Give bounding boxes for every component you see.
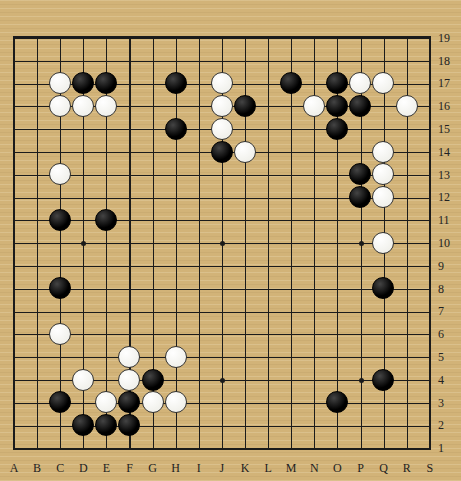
intersection-O3[interactable] xyxy=(326,391,349,414)
intersection-B19[interactable] xyxy=(26,26,49,49)
intersection-F10[interactable] xyxy=(118,231,141,254)
intersection-B15[interactable] xyxy=(26,117,49,140)
intersection-R7[interactable] xyxy=(395,300,418,323)
intersection-D8[interactable] xyxy=(72,277,95,300)
intersection-O6[interactable] xyxy=(326,323,349,346)
intersection-G3[interactable] xyxy=(141,391,164,414)
intersection-C3[interactable] xyxy=(49,391,72,414)
intersection-E11[interactable] xyxy=(95,209,118,232)
intersection-J15[interactable] xyxy=(210,117,233,140)
intersection-B4[interactable] xyxy=(26,368,49,391)
intersection-R5[interactable] xyxy=(395,345,418,368)
intersection-R18[interactable] xyxy=(395,49,418,72)
intersection-J10[interactable] xyxy=(210,231,233,254)
intersection-L13[interactable] xyxy=(256,163,279,186)
intersection-F1[interactable] xyxy=(118,437,141,460)
intersection-C1[interactable] xyxy=(49,437,72,460)
intersection-A2[interactable] xyxy=(2,414,25,437)
intersection-K2[interactable] xyxy=(233,414,256,437)
intersection-R15[interactable] xyxy=(395,117,418,140)
intersection-C9[interactable] xyxy=(49,254,72,277)
intersection-J19[interactable] xyxy=(210,26,233,49)
intersection-P9[interactable] xyxy=(349,254,372,277)
intersection-F5[interactable] xyxy=(118,345,141,368)
intersection-K6[interactable] xyxy=(233,323,256,346)
intersection-L16[interactable] xyxy=(256,95,279,118)
intersection-D3[interactable] xyxy=(72,391,95,414)
intersection-A5[interactable] xyxy=(2,345,25,368)
intersection-B6[interactable] xyxy=(26,323,49,346)
intersection-N12[interactable] xyxy=(303,186,326,209)
intersection-O1[interactable] xyxy=(326,437,349,460)
intersection-R3[interactable] xyxy=(395,391,418,414)
intersection-P15[interactable] xyxy=(349,117,372,140)
intersection-F12[interactable] xyxy=(118,186,141,209)
intersection-F18[interactable] xyxy=(118,49,141,72)
intersection-I14[interactable] xyxy=(187,140,210,163)
intersection-J8[interactable] xyxy=(210,277,233,300)
intersection-I6[interactable] xyxy=(187,323,210,346)
intersection-I3[interactable] xyxy=(187,391,210,414)
intersection-J17[interactable] xyxy=(210,72,233,95)
intersection-J9[interactable] xyxy=(210,254,233,277)
intersection-G18[interactable] xyxy=(141,49,164,72)
intersection-Q7[interactable] xyxy=(372,300,395,323)
intersection-I17[interactable] xyxy=(187,72,210,95)
intersection-D4[interactable] xyxy=(72,368,95,391)
intersection-N13[interactable] xyxy=(303,163,326,186)
intersection-F14[interactable] xyxy=(118,140,141,163)
intersection-I13[interactable] xyxy=(187,163,210,186)
intersection-Q19[interactable] xyxy=(372,26,395,49)
intersection-A14[interactable] xyxy=(2,140,25,163)
intersection-Q18[interactable] xyxy=(372,49,395,72)
intersection-L4[interactable] xyxy=(256,368,279,391)
intersection-M2[interactable] xyxy=(280,414,303,437)
intersection-C4[interactable] xyxy=(49,368,72,391)
intersection-K3[interactable] xyxy=(233,391,256,414)
intersection-F7[interactable] xyxy=(118,300,141,323)
intersection-L12[interactable] xyxy=(256,186,279,209)
intersection-H19[interactable] xyxy=(164,26,187,49)
intersection-H1[interactable] xyxy=(164,437,187,460)
intersection-B14[interactable] xyxy=(26,140,49,163)
intersection-O10[interactable] xyxy=(326,231,349,254)
intersection-P8[interactable] xyxy=(349,277,372,300)
intersection-L8[interactable] xyxy=(256,277,279,300)
intersection-N1[interactable] xyxy=(303,437,326,460)
intersection-K16[interactable] xyxy=(233,95,256,118)
intersection-O4[interactable] xyxy=(326,368,349,391)
intersection-P12[interactable] xyxy=(349,186,372,209)
intersection-L17[interactable] xyxy=(256,72,279,95)
intersection-G15[interactable] xyxy=(141,117,164,140)
intersection-N15[interactable] xyxy=(303,117,326,140)
intersection-P17[interactable] xyxy=(349,72,372,95)
intersection-K7[interactable] xyxy=(233,300,256,323)
intersection-A15[interactable] xyxy=(2,117,25,140)
intersection-N8[interactable] xyxy=(303,277,326,300)
intersection-L5[interactable] xyxy=(256,345,279,368)
intersection-R17[interactable] xyxy=(395,72,418,95)
intersection-J11[interactable] xyxy=(210,209,233,232)
intersection-D9[interactable] xyxy=(72,254,95,277)
intersection-G10[interactable] xyxy=(141,231,164,254)
intersection-I12[interactable] xyxy=(187,186,210,209)
intersection-P5[interactable] xyxy=(349,345,372,368)
intersection-A11[interactable] xyxy=(2,209,25,232)
intersection-N7[interactable] xyxy=(303,300,326,323)
intersection-D12[interactable] xyxy=(72,186,95,209)
intersection-D11[interactable] xyxy=(72,209,95,232)
intersection-N16[interactable] xyxy=(303,95,326,118)
intersection-I2[interactable] xyxy=(187,414,210,437)
intersection-K19[interactable] xyxy=(233,26,256,49)
intersection-G9[interactable] xyxy=(141,254,164,277)
intersection-C14[interactable] xyxy=(49,140,72,163)
intersection-M11[interactable] xyxy=(280,209,303,232)
intersection-K11[interactable] xyxy=(233,209,256,232)
intersection-C17[interactable] xyxy=(49,72,72,95)
intersection-J1[interactable] xyxy=(210,437,233,460)
intersection-F2[interactable] xyxy=(118,414,141,437)
intersection-Q6[interactable] xyxy=(372,323,395,346)
intersection-A7[interactable] xyxy=(2,300,25,323)
intersection-I9[interactable] xyxy=(187,254,210,277)
intersection-H12[interactable] xyxy=(164,186,187,209)
intersection-C15[interactable] xyxy=(49,117,72,140)
intersection-R13[interactable] xyxy=(395,163,418,186)
intersection-R8[interactable] xyxy=(395,277,418,300)
intersection-M7[interactable] xyxy=(280,300,303,323)
intersection-Q9[interactable] xyxy=(372,254,395,277)
intersection-L3[interactable] xyxy=(256,391,279,414)
intersection-K4[interactable] xyxy=(233,368,256,391)
intersection-F17[interactable] xyxy=(118,72,141,95)
intersection-F9[interactable] xyxy=(118,254,141,277)
intersection-D16[interactable] xyxy=(72,95,95,118)
intersection-N2[interactable] xyxy=(303,414,326,437)
intersection-B10[interactable] xyxy=(26,231,49,254)
intersection-H16[interactable] xyxy=(164,95,187,118)
intersection-E7[interactable] xyxy=(95,300,118,323)
intersection-R10[interactable] xyxy=(395,231,418,254)
intersection-O17[interactable] xyxy=(326,72,349,95)
intersection-G5[interactable] xyxy=(141,345,164,368)
intersection-O13[interactable] xyxy=(326,163,349,186)
intersection-F11[interactable] xyxy=(118,209,141,232)
intersection-I19[interactable] xyxy=(187,26,210,49)
intersection-O18[interactable] xyxy=(326,49,349,72)
intersection-Q16[interactable] xyxy=(372,95,395,118)
intersection-M12[interactable] xyxy=(280,186,303,209)
intersection-A4[interactable] xyxy=(2,368,25,391)
intersection-N10[interactable] xyxy=(303,231,326,254)
intersection-R16[interactable] xyxy=(395,95,418,118)
intersection-P19[interactable] xyxy=(349,26,372,49)
intersection-L18[interactable] xyxy=(256,49,279,72)
intersection-F4[interactable] xyxy=(118,368,141,391)
intersection-A10[interactable] xyxy=(2,231,25,254)
intersection-C2[interactable] xyxy=(49,414,72,437)
intersection-B13[interactable] xyxy=(26,163,49,186)
intersection-O9[interactable] xyxy=(326,254,349,277)
intersection-O14[interactable] xyxy=(326,140,349,163)
intersection-L10[interactable] xyxy=(256,231,279,254)
intersection-H2[interactable] xyxy=(164,414,187,437)
intersection-P4[interactable] xyxy=(349,368,372,391)
intersection-B11[interactable] xyxy=(26,209,49,232)
intersection-C13[interactable] xyxy=(49,163,72,186)
intersection-Q15[interactable] xyxy=(372,117,395,140)
intersection-A3[interactable] xyxy=(2,391,25,414)
intersection-B2[interactable] xyxy=(26,414,49,437)
intersection-E17[interactable] xyxy=(95,72,118,95)
intersection-C10[interactable] xyxy=(49,231,72,254)
intersection-C8[interactable] xyxy=(49,277,72,300)
intersection-B7[interactable] xyxy=(26,300,49,323)
intersection-G14[interactable] xyxy=(141,140,164,163)
intersection-I11[interactable] xyxy=(187,209,210,232)
intersection-K15[interactable] xyxy=(233,117,256,140)
intersection-H10[interactable] xyxy=(164,231,187,254)
intersection-C18[interactable] xyxy=(49,49,72,72)
intersection-D2[interactable] xyxy=(72,414,95,437)
intersection-L11[interactable] xyxy=(256,209,279,232)
intersection-D14[interactable] xyxy=(72,140,95,163)
intersection-O11[interactable] xyxy=(326,209,349,232)
intersection-L1[interactable] xyxy=(256,437,279,460)
intersection-C7[interactable] xyxy=(49,300,72,323)
intersection-D18[interactable] xyxy=(72,49,95,72)
intersection-N6[interactable] xyxy=(303,323,326,346)
intersection-B17[interactable] xyxy=(26,72,49,95)
intersection-O8[interactable] xyxy=(326,277,349,300)
intersection-I10[interactable] xyxy=(187,231,210,254)
intersection-R2[interactable] xyxy=(395,414,418,437)
intersection-O15[interactable] xyxy=(326,117,349,140)
intersection-E2[interactable] xyxy=(95,414,118,437)
intersection-J12[interactable] xyxy=(210,186,233,209)
intersection-K8[interactable] xyxy=(233,277,256,300)
intersection-P6[interactable] xyxy=(349,323,372,346)
intersection-R1[interactable] xyxy=(395,437,418,460)
intersection-I18[interactable] xyxy=(187,49,210,72)
intersection-G1[interactable] xyxy=(141,437,164,460)
intersection-F13[interactable] xyxy=(118,163,141,186)
intersection-A9[interactable] xyxy=(2,254,25,277)
intersection-E14[interactable] xyxy=(95,140,118,163)
intersection-R11[interactable] xyxy=(395,209,418,232)
intersection-N11[interactable] xyxy=(303,209,326,232)
intersection-M13[interactable] xyxy=(280,163,303,186)
intersection-H5[interactable] xyxy=(164,345,187,368)
intersection-A8[interactable] xyxy=(2,277,25,300)
intersection-M16[interactable] xyxy=(280,95,303,118)
intersection-H15[interactable] xyxy=(164,117,187,140)
intersection-B16[interactable] xyxy=(26,95,49,118)
intersection-L9[interactable] xyxy=(256,254,279,277)
intersection-E1[interactable] xyxy=(95,437,118,460)
intersection-B3[interactable] xyxy=(26,391,49,414)
intersection-N19[interactable] xyxy=(303,26,326,49)
intersection-O7[interactable] xyxy=(326,300,349,323)
intersection-I4[interactable] xyxy=(187,368,210,391)
intersection-A13[interactable] xyxy=(2,163,25,186)
intersection-M10[interactable] xyxy=(280,231,303,254)
intersection-D19[interactable] xyxy=(72,26,95,49)
intersection-K12[interactable] xyxy=(233,186,256,209)
intersection-N3[interactable] xyxy=(303,391,326,414)
intersection-M9[interactable] xyxy=(280,254,303,277)
intersection-G7[interactable] xyxy=(141,300,164,323)
intersection-I5[interactable] xyxy=(187,345,210,368)
intersection-G19[interactable] xyxy=(141,26,164,49)
intersection-B18[interactable] xyxy=(26,49,49,72)
intersection-P7[interactable] xyxy=(349,300,372,323)
intersection-I16[interactable] xyxy=(187,95,210,118)
intersection-K17[interactable] xyxy=(233,72,256,95)
intersection-J4[interactable] xyxy=(210,368,233,391)
intersection-O16[interactable] xyxy=(326,95,349,118)
intersection-J14[interactable] xyxy=(210,140,233,163)
intersection-N4[interactable] xyxy=(303,368,326,391)
intersection-M18[interactable] xyxy=(280,49,303,72)
intersection-K5[interactable] xyxy=(233,345,256,368)
intersection-J7[interactable] xyxy=(210,300,233,323)
intersection-F6[interactable] xyxy=(118,323,141,346)
intersection-H18[interactable] xyxy=(164,49,187,72)
intersection-F19[interactable] xyxy=(118,26,141,49)
intersection-G11[interactable] xyxy=(141,209,164,232)
intersection-F16[interactable] xyxy=(118,95,141,118)
intersection-Q12[interactable] xyxy=(372,186,395,209)
intersection-J2[interactable] xyxy=(210,414,233,437)
intersection-G4[interactable] xyxy=(141,368,164,391)
intersection-N18[interactable] xyxy=(303,49,326,72)
intersection-F15[interactable] xyxy=(118,117,141,140)
intersection-J16[interactable] xyxy=(210,95,233,118)
intersection-E6[interactable] xyxy=(95,323,118,346)
intersection-M17[interactable] xyxy=(280,72,303,95)
intersection-A1[interactable] xyxy=(2,437,25,460)
intersection-J6[interactable] xyxy=(210,323,233,346)
intersection-B8[interactable] xyxy=(26,277,49,300)
intersection-I8[interactable] xyxy=(187,277,210,300)
intersection-L7[interactable] xyxy=(256,300,279,323)
intersection-E12[interactable] xyxy=(95,186,118,209)
intersection-K13[interactable] xyxy=(233,163,256,186)
intersection-B1[interactable] xyxy=(26,437,49,460)
intersection-J18[interactable] xyxy=(210,49,233,72)
intersection-D17[interactable] xyxy=(72,72,95,95)
intersection-P10[interactable] xyxy=(349,231,372,254)
intersection-N9[interactable] xyxy=(303,254,326,277)
intersection-D15[interactable] xyxy=(72,117,95,140)
intersection-G17[interactable] xyxy=(141,72,164,95)
intersection-J3[interactable] xyxy=(210,391,233,414)
intersection-H11[interactable] xyxy=(164,209,187,232)
intersection-R9[interactable] xyxy=(395,254,418,277)
intersection-I7[interactable] xyxy=(187,300,210,323)
intersection-P11[interactable] xyxy=(349,209,372,232)
intersection-H4[interactable] xyxy=(164,368,187,391)
intersection-P2[interactable] xyxy=(349,414,372,437)
intersection-E3[interactable] xyxy=(95,391,118,414)
intersection-N14[interactable] xyxy=(303,140,326,163)
intersection-Q13[interactable] xyxy=(372,163,395,186)
intersection-K9[interactable] xyxy=(233,254,256,277)
intersection-P16[interactable] xyxy=(349,95,372,118)
intersection-G16[interactable] xyxy=(141,95,164,118)
intersection-D5[interactable] xyxy=(72,345,95,368)
intersection-O5[interactable] xyxy=(326,345,349,368)
intersection-H3[interactable] xyxy=(164,391,187,414)
intersection-L15[interactable] xyxy=(256,117,279,140)
intersection-H9[interactable] xyxy=(164,254,187,277)
intersection-C11[interactable] xyxy=(49,209,72,232)
intersection-Q2[interactable] xyxy=(372,414,395,437)
intersection-B12[interactable] xyxy=(26,186,49,209)
intersection-C19[interactable] xyxy=(49,26,72,49)
intersection-M6[interactable] xyxy=(280,323,303,346)
intersection-K10[interactable] xyxy=(233,231,256,254)
intersection-Q11[interactable] xyxy=(372,209,395,232)
intersection-O12[interactable] xyxy=(326,186,349,209)
intersection-C16[interactable] xyxy=(49,95,72,118)
intersection-L6[interactable] xyxy=(256,323,279,346)
intersection-R14[interactable] xyxy=(395,140,418,163)
intersection-Q5[interactable] xyxy=(372,345,395,368)
intersection-E9[interactable] xyxy=(95,254,118,277)
intersection-A19[interactable] xyxy=(2,26,25,49)
intersection-D13[interactable] xyxy=(72,163,95,186)
intersection-B5[interactable] xyxy=(26,345,49,368)
intersection-M3[interactable] xyxy=(280,391,303,414)
intersection-G13[interactable] xyxy=(141,163,164,186)
intersection-E16[interactable] xyxy=(95,95,118,118)
intersection-P14[interactable] xyxy=(349,140,372,163)
intersection-P18[interactable] xyxy=(349,49,372,72)
intersection-R6[interactable] xyxy=(395,323,418,346)
intersection-F8[interactable] xyxy=(118,277,141,300)
intersection-L14[interactable] xyxy=(256,140,279,163)
intersection-B9[interactable] xyxy=(26,254,49,277)
intersection-Q4[interactable] xyxy=(372,368,395,391)
intersection-E8[interactable] xyxy=(95,277,118,300)
intersection-Q14[interactable] xyxy=(372,140,395,163)
intersection-K14[interactable] xyxy=(233,140,256,163)
intersection-Q10[interactable] xyxy=(372,231,395,254)
intersection-H14[interactable] xyxy=(164,140,187,163)
intersection-O2[interactable] xyxy=(326,414,349,437)
intersection-Q1[interactable] xyxy=(372,437,395,460)
intersection-Q8[interactable] xyxy=(372,277,395,300)
intersection-R19[interactable] xyxy=(395,26,418,49)
intersection-L19[interactable] xyxy=(256,26,279,49)
intersection-D1[interactable] xyxy=(72,437,95,460)
intersection-P1[interactable] xyxy=(349,437,372,460)
intersection-N5[interactable] xyxy=(303,345,326,368)
intersection-A16[interactable] xyxy=(2,95,25,118)
intersection-P13[interactable] xyxy=(349,163,372,186)
intersection-E19[interactable] xyxy=(95,26,118,49)
intersection-A12[interactable] xyxy=(2,186,25,209)
intersection-M1[interactable] xyxy=(280,437,303,460)
intersection-A17[interactable] xyxy=(2,72,25,95)
intersection-M15[interactable] xyxy=(280,117,303,140)
intersection-M19[interactable] xyxy=(280,26,303,49)
